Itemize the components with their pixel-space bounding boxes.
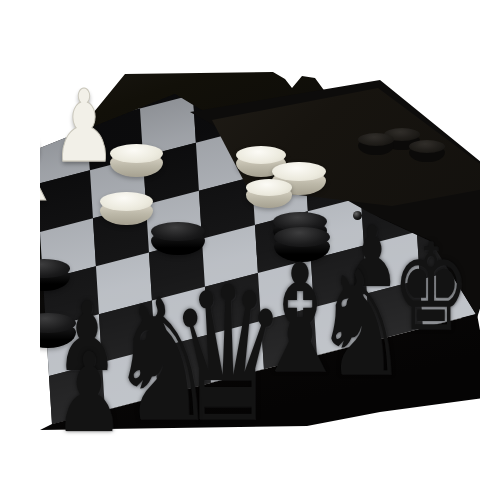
tray-black-checker-3 bbox=[409, 140, 445, 162]
tray-white-checker-3 bbox=[246, 179, 292, 208]
checker-side bbox=[110, 153, 163, 177]
checker-side bbox=[358, 139, 394, 156]
black-checker-a2 bbox=[40, 313, 76, 348]
tray-white-checker-1 bbox=[236, 146, 286, 177]
checker-side bbox=[40, 322, 76, 348]
black-checker-e3-top bbox=[273, 212, 327, 245]
checker-face bbox=[409, 140, 445, 153]
checker-face bbox=[358, 133, 394, 146]
checker-face bbox=[384, 128, 420, 141]
checker-face bbox=[100, 192, 153, 211]
checker-face bbox=[273, 212, 327, 231]
white-checker-b5 bbox=[110, 144, 163, 177]
checker-side bbox=[409, 146, 445, 163]
checker-face bbox=[246, 179, 292, 196]
tray-black-checker-2 bbox=[384, 128, 420, 150]
tray-white-checker-2 bbox=[272, 162, 326, 195]
black-pawn-g2: ♟ bbox=[345, 219, 399, 296]
checker-side bbox=[246, 186, 292, 207]
black-checker-e3-bottom bbox=[274, 227, 330, 262]
pieces-layer: ♟♝♟♚♝♟♞♛♞♟ bbox=[40, 16, 480, 480]
checker-face bbox=[110, 144, 163, 163]
checker-side bbox=[384, 134, 420, 151]
black-pawn-a1: ♟ bbox=[53, 343, 124, 444]
checker-face bbox=[236, 146, 286, 164]
checker-face bbox=[272, 162, 326, 181]
checker-side bbox=[40, 267, 70, 291]
checker-side bbox=[236, 154, 286, 177]
checker-face bbox=[274, 227, 330, 247]
black-pawn-a3: ♟ bbox=[56, 293, 118, 381]
checker-face bbox=[151, 222, 205, 241]
checker-side bbox=[274, 236, 330, 262]
black-king-h1: ♚ bbox=[392, 233, 469, 343]
black-knight-f1: ♞ bbox=[314, 257, 408, 390]
photo-canvas: Black magnetic travel chess and checkers… bbox=[40, 16, 480, 480]
checker-face bbox=[40, 259, 70, 278]
checker-side bbox=[151, 231, 205, 256]
checker-face bbox=[40, 313, 76, 333]
white-pawn: ♟ bbox=[52, 81, 117, 173]
black-bishop-e2: ♝ bbox=[252, 250, 349, 388]
checker-side bbox=[273, 221, 327, 246]
white-bishop-partial: ♝ bbox=[40, 108, 63, 214]
tray-black-checker-1 bbox=[358, 133, 394, 155]
black-knight-c2: ♞ bbox=[109, 284, 217, 439]
white-checker-b4 bbox=[100, 192, 153, 225]
black-queen-d1: ♛ bbox=[168, 270, 287, 440]
checker-side bbox=[100, 201, 153, 225]
black-checker-c4 bbox=[151, 222, 205, 255]
checker-side bbox=[272, 171, 326, 196]
black-checker-a4 bbox=[40, 259, 70, 291]
